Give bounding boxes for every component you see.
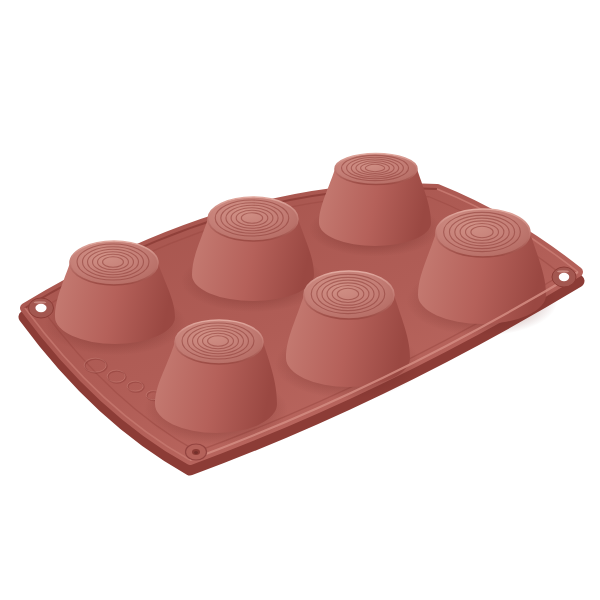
product-image: [0, 0, 600, 600]
cup-top-face: [304, 271, 394, 319]
cup-top-face: [436, 209, 530, 257]
corner-hole-left: [29, 298, 54, 318]
cup-top-face: [208, 197, 298, 241]
corner-hole-bottom: [186, 444, 207, 460]
cup-top-face: [70, 241, 158, 285]
cup-top-face: [335, 154, 417, 185]
muffin-mold-photo: [0, 0, 600, 600]
cup-top-face: [175, 320, 263, 364]
corner-hole-right: [552, 267, 576, 287]
muffin-mold-svg: [0, 0, 600, 600]
